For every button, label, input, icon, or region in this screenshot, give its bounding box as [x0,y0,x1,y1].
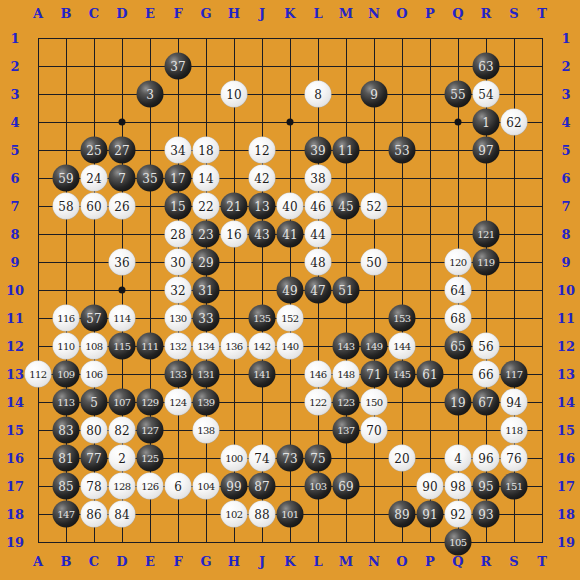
stone-white-70[interactable]: 70 [361,417,388,444]
stone-move-number: 10 [226,88,241,100]
stone-black-91[interactable]: 91 [417,501,444,528]
stone-white-140[interactable]: 140 [277,333,304,360]
coordinate-label-row-1-right: 1 [561,32,570,45]
stone-white-66[interactable]: 66 [473,361,500,388]
stone-move-number: 41 [282,228,297,240]
stone-move-number: 110 [57,341,74,351]
coordinate-label-col-D-bottom: D [116,555,127,568]
stone-move-number: 103 [309,481,326,491]
stone-move-number: 5 [90,396,98,408]
stone-black-31[interactable]: 31 [193,277,220,304]
stone-black-63[interactable]: 63 [473,53,500,80]
stone-black-75[interactable]: 75 [305,445,332,472]
stone-move-number: 149 [365,341,382,351]
stone-black-7[interactable]: 7 [109,165,136,192]
stone-white-10[interactable]: 10 [221,81,248,108]
stone-black-139[interactable]: 139 [193,389,220,416]
stone-white-56[interactable]: 56 [473,333,500,360]
coordinate-label-row-2-left: 2 [10,60,19,73]
stone-white-112[interactable]: 112 [25,361,52,388]
stone-move-number: 112 [29,369,46,379]
stone-black-135[interactable]: 135 [249,305,276,332]
stone-black-93[interactable]: 93 [473,501,500,528]
coordinate-label-col-S-top: S [509,7,518,20]
stone-move-number: 52 [366,200,381,212]
stone-move-number: 37 [170,60,185,72]
stone-black-107[interactable]: 107 [109,389,136,416]
stone-move-number: 74 [254,452,269,464]
stone-move-number: 94 [506,396,521,408]
coordinate-label-row-7-left: 7 [10,200,19,213]
stone-black-127[interactable]: 127 [137,417,164,444]
stone-black-119[interactable]: 119 [473,249,500,276]
stone-black-67[interactable]: 67 [473,389,500,416]
stone-black-95[interactable]: 95 [473,473,500,500]
stone-white-82[interactable]: 82 [109,417,136,444]
stone-move-number: 78 [86,480,101,492]
stone-move-number: 145 [393,369,410,379]
stone-white-122[interactable]: 122 [305,389,332,416]
stone-white-4[interactable]: 4 [445,445,472,472]
stone-move-number: 3 [146,88,154,100]
stone-move-number: 20 [394,452,409,464]
stone-white-114[interactable]: 114 [109,305,136,332]
coordinate-label-col-S-bottom: S [509,555,518,568]
stone-move-number: 108 [85,341,102,351]
stone-black-17[interactable]: 17 [165,165,192,192]
stone-black-99[interactable]: 99 [221,473,248,500]
stone-move-number: 32 [170,284,185,296]
stone-white-34[interactable]: 34 [165,137,192,164]
stone-move-number: 134 [197,341,214,351]
stone-black-13[interactable]: 13 [249,193,276,220]
stone-move-number: 76 [506,452,521,464]
stone-white-120[interactable]: 120 [445,249,472,276]
stone-white-40[interactable]: 40 [277,193,304,220]
stone-black-103[interactable]: 103 [305,473,332,500]
stone-white-26[interactable]: 26 [109,193,136,220]
coordinate-label-row-8-right: 8 [561,228,570,241]
stone-move-number: 97 [478,144,493,156]
go-board[interactable]: ABCDEFGHJKLMNOPQRST ABCDEFGHJKLMNOPQRST … [0,0,580,580]
stone-move-number: 144 [393,341,410,351]
stone-white-48[interactable]: 48 [305,249,332,276]
stone-move-number: 115 [113,341,130,351]
stone-white-90[interactable]: 90 [417,473,444,500]
coordinate-label-col-H-top: H [228,7,240,20]
stone-black-35[interactable]: 35 [137,165,164,192]
stone-white-142[interactable]: 142 [249,333,276,360]
stone-white-2[interactable]: 2 [109,445,136,472]
coordinate-label-row-3-right: 3 [561,88,570,101]
stone-black-39[interactable]: 39 [305,137,332,164]
stone-black-15[interactable]: 15 [165,193,192,220]
stone-black-23[interactable]: 23 [193,221,220,248]
stone-move-number: 86 [86,508,101,520]
stone-white-86[interactable]: 86 [81,501,108,528]
stone-move-number: 140 [281,341,298,351]
stone-black-77[interactable]: 77 [81,445,108,472]
stone-black-143[interactable]: 143 [333,333,360,360]
stone-move-number: 135 [253,313,270,323]
stone-move-number: 105 [449,537,466,547]
stone-black-145[interactable]: 145 [389,361,416,388]
coordinate-label-col-H-bottom: H [228,555,240,568]
stone-move-number: 47 [310,284,325,296]
stone-white-146[interactable]: 146 [305,361,332,388]
stone-move-number: 117 [505,369,522,379]
stone-white-98[interactable]: 98 [445,473,472,500]
stone-move-number: 28 [170,228,185,240]
stone-white-108[interactable]: 108 [81,333,108,360]
stone-white-128[interactable]: 128 [109,473,136,500]
stone-white-138[interactable]: 138 [193,417,220,444]
coordinate-label-col-N-bottom: N [368,555,380,568]
stone-black-5[interactable]: 5 [81,389,108,416]
stone-black-37[interactable]: 37 [165,53,192,80]
stone-white-110[interactable]: 110 [53,333,80,360]
stone-black-51[interactable]: 51 [333,277,360,304]
star-point-Q4 [455,119,462,126]
stone-white-124[interactable]: 124 [165,389,192,416]
stone-black-27[interactable]: 27 [109,137,136,164]
stone-white-104[interactable]: 104 [193,473,220,500]
coordinate-label-row-16-right: 16 [557,452,575,465]
star-point-K4 [287,119,294,126]
coordinate-label-col-M-top: M [339,7,353,20]
stone-black-133[interactable]: 133 [165,361,192,388]
stone-white-134[interactable]: 134 [193,333,220,360]
stone-move-number: 128 [113,481,130,491]
stone-move-number: 64 [450,284,465,296]
stone-move-number: 38 [310,172,325,184]
stone-black-129[interactable]: 129 [137,389,164,416]
stone-white-100[interactable]: 100 [221,445,248,472]
stone-move-number: 18 [198,144,213,156]
stone-black-1[interactable]: 1 [473,109,500,136]
stone-black-121[interactable]: 121 [473,221,500,248]
stone-black-125[interactable]: 125 [137,445,164,472]
stone-move-number: 130 [169,313,186,323]
coordinate-label-col-P-bottom: P [425,555,435,568]
stone-black-137[interactable]: 137 [333,417,360,444]
stone-move-number: 59 [58,172,73,184]
stone-white-58[interactable]: 58 [53,193,80,220]
stone-white-126[interactable]: 126 [137,473,164,500]
stone-white-148[interactable]: 148 [333,361,360,388]
stone-move-number: 102 [225,509,242,519]
stone-move-number: 14 [198,172,213,184]
coordinate-label-row-13-right: 13 [557,368,575,381]
stone-move-number: 106 [85,369,102,379]
coordinate-label-col-C-top: C [89,7,99,20]
stone-black-105[interactable]: 105 [445,529,472,556]
coordinate-label-col-T-bottom: T [537,555,547,568]
stone-black-89[interactable]: 89 [389,501,416,528]
coordinate-label-col-J-bottom: J [259,555,265,568]
stone-white-94[interactable]: 94 [501,389,528,416]
stone-move-number: 23 [198,228,213,240]
stone-move-number: 113 [57,397,74,407]
coordinate-label-col-F-top: F [173,7,182,20]
stone-move-number: 1 [482,116,490,128]
coordinate-label-row-14-right: 14 [557,396,575,409]
coordinate-label-col-P-top: P [425,7,435,20]
stone-white-76[interactable]: 76 [501,445,528,472]
stone-move-number: 49 [282,284,297,296]
stone-move-number: 8 [314,88,322,100]
stone-black-109[interactable]: 109 [53,361,80,388]
stone-black-149[interactable]: 149 [361,333,388,360]
coordinate-label-col-T-top: T [537,7,547,20]
stone-move-number: 129 [141,397,158,407]
stone-black-111[interactable]: 111 [137,333,164,360]
stone-move-number: 114 [113,313,130,323]
stone-move-number: 31 [198,284,213,296]
stone-black-69[interactable]: 69 [333,473,360,500]
coordinate-label-row-10-right: 10 [557,284,575,297]
coordinate-label-col-L-bottom: L [313,555,322,568]
stone-move-number: 26 [114,200,129,212]
stone-black-9[interactable]: 9 [361,81,388,108]
stone-black-85[interactable]: 85 [53,473,80,500]
stone-move-number: 16 [226,228,241,240]
stone-move-number: 60 [86,200,101,212]
stone-move-number: 36 [114,256,129,268]
stone-black-151[interactable]: 151 [501,473,528,500]
coordinate-label-row-19-left: 19 [6,536,24,549]
stone-white-20[interactable]: 20 [389,445,416,472]
stone-black-115[interactable]: 115 [109,333,136,360]
stone-move-number: 24 [86,172,101,184]
stone-black-61[interactable]: 61 [417,361,444,388]
stone-move-number: 55 [450,88,465,100]
stone-move-number: 126 [141,481,158,491]
stone-black-43[interactable]: 43 [249,221,276,248]
coordinate-label-col-R-top: R [481,7,492,20]
coordinate-label-row-3-left: 3 [10,88,19,101]
stone-white-6[interactable]: 6 [165,473,192,500]
stone-black-47[interactable]: 47 [305,277,332,304]
stone-black-117[interactable]: 117 [501,361,528,388]
stone-move-number: 54 [478,88,493,100]
stone-black-87[interactable]: 87 [249,473,276,500]
stone-white-14[interactable]: 14 [193,165,220,192]
stone-white-92[interactable]: 92 [445,501,472,528]
stone-black-21[interactable]: 21 [221,193,248,220]
stone-white-24[interactable]: 24 [81,165,108,192]
coordinate-label-col-O-top: O [396,7,407,20]
stone-white-46[interactable]: 46 [305,193,332,220]
stone-move-number: 139 [197,397,214,407]
stone-white-50[interactable]: 50 [361,249,388,276]
stone-black-57[interactable]: 57 [81,305,108,332]
stone-move-number: 53 [394,144,409,156]
coordinate-label-row-15-left: 15 [6,424,24,437]
coordinate-label-col-R-bottom: R [481,555,492,568]
stone-black-53[interactable]: 53 [389,137,416,164]
stone-move-number: 22 [198,200,213,212]
stone-white-16[interactable]: 16 [221,221,248,248]
stone-white-78[interactable]: 78 [81,473,108,500]
stone-move-number: 33 [198,312,213,324]
coordinate-label-col-K-top: K [284,7,295,20]
stone-white-144[interactable]: 144 [389,333,416,360]
stone-move-number: 138 [197,425,214,435]
coordinate-label-col-K-bottom: K [284,555,295,568]
coordinate-label-row-7-right: 7 [561,200,570,213]
stone-black-123[interactable]: 123 [333,389,360,416]
coordinate-label-col-N-top: N [368,7,380,20]
stone-white-12[interactable]: 12 [249,137,276,164]
stone-move-number: 143 [337,341,354,351]
stone-move-number: 75 [310,452,325,464]
coordinate-label-row-15-right: 15 [557,424,575,437]
coordinate-label-row-6-right: 6 [561,172,570,185]
stone-white-80[interactable]: 80 [81,417,108,444]
stone-move-number: 43 [254,228,269,240]
stone-white-60[interactable]: 60 [81,193,108,220]
stone-white-96[interactable]: 96 [473,445,500,472]
stone-move-number: 48 [310,256,325,268]
stone-white-36[interactable]: 36 [109,249,136,276]
stone-move-number: 146 [309,369,326,379]
stone-move-number: 81 [58,452,73,464]
stone-white-116[interactable]: 116 [53,305,80,332]
stone-white-28[interactable]: 28 [165,221,192,248]
stone-white-84[interactable]: 84 [109,501,136,528]
stone-black-33[interactable]: 33 [193,305,220,332]
stone-move-number: 19 [450,396,465,408]
stone-white-42[interactable]: 42 [249,165,276,192]
stone-black-29[interactable]: 29 [193,249,220,276]
stone-white-102[interactable]: 102 [221,501,248,528]
stone-move-number: 147 [57,509,74,519]
stone-move-number: 101 [281,509,298,519]
stone-white-88[interactable]: 88 [249,501,276,528]
coordinate-label-col-A-top: A [33,7,43,20]
stone-white-136[interactable]: 136 [221,333,248,360]
stone-move-number: 136 [225,341,242,351]
stone-black-19[interactable]: 19 [445,389,472,416]
stone-black-45[interactable]: 45 [333,193,360,220]
stone-white-132[interactable]: 132 [165,333,192,360]
coordinate-label-col-C-bottom: C [89,555,99,568]
stone-black-131[interactable]: 131 [193,361,220,388]
stone-black-97[interactable]: 97 [473,137,500,164]
coordinate-label-row-6-left: 6 [10,172,19,185]
coordinate-label-row-5-right: 5 [561,144,570,157]
stone-black-59[interactable]: 59 [53,165,80,192]
stone-move-number: 116 [57,313,74,323]
stone-black-73[interactable]: 73 [277,445,304,472]
stone-move-number: 122 [309,397,326,407]
stone-move-number: 107 [113,397,130,407]
stone-move-number: 67 [478,396,493,408]
coordinate-label-row-5-left: 5 [10,144,19,157]
stone-white-130[interactable]: 130 [165,305,192,332]
stone-move-number: 61 [422,368,437,380]
stone-black-65[interactable]: 65 [445,333,472,360]
stone-move-number: 137 [337,425,354,435]
stone-move-number: 92 [450,508,465,520]
coordinate-label-row-2-right: 2 [561,60,570,73]
stone-move-number: 39 [310,144,325,156]
stone-black-41[interactable]: 41 [277,221,304,248]
stone-white-52[interactable]: 52 [361,193,388,220]
stone-move-number: 17 [170,172,185,184]
stone-move-number: 46 [310,200,325,212]
stone-black-49[interactable]: 49 [277,277,304,304]
stone-white-18[interactable]: 18 [193,137,220,164]
stone-white-8[interactable]: 8 [305,81,332,108]
stone-move-number: 89 [394,508,409,520]
stone-black-25[interactable]: 25 [81,137,108,164]
stone-move-number: 82 [114,424,129,436]
stone-white-22[interactable]: 22 [193,193,220,220]
stone-black-147[interactable]: 147 [53,501,80,528]
coordinate-label-row-10-left: 10 [6,284,24,297]
stone-move-number: 68 [450,312,465,324]
stone-white-106[interactable]: 106 [81,361,108,388]
star-point-D4 [119,119,126,126]
stone-white-74[interactable]: 74 [249,445,276,472]
stone-move-number: 90 [422,480,437,492]
stone-black-71[interactable]: 71 [361,361,388,388]
stone-black-11[interactable]: 11 [333,137,360,164]
coordinate-label-row-17-left: 17 [6,480,24,493]
stone-black-83[interactable]: 83 [53,417,80,444]
stone-move-number: 99 [226,480,241,492]
stone-black-113[interactable]: 113 [53,389,80,416]
stone-move-number: 118 [505,425,522,435]
stone-white-44[interactable]: 44 [305,221,332,248]
stone-move-number: 98 [450,480,465,492]
stone-black-153[interactable]: 153 [389,305,416,332]
stone-move-number: 27 [114,144,129,156]
coordinate-label-row-11-right: 11 [557,312,575,325]
stone-white-54[interactable]: 54 [473,81,500,108]
coordinate-label-col-E-bottom: E [145,555,155,568]
coordinate-label-row-18-right: 18 [557,508,575,521]
stone-black-141[interactable]: 141 [249,361,276,388]
stone-white-68[interactable]: 68 [445,305,472,332]
stone-move-number: 93 [478,508,493,520]
coordinate-label-col-Q-top: Q [452,7,463,20]
coordinate-label-row-12-right: 12 [557,340,575,353]
stone-black-101[interactable]: 101 [277,501,304,528]
stone-white-30[interactable]: 30 [165,249,192,276]
stone-white-62[interactable]: 62 [501,109,528,136]
stone-black-3[interactable]: 3 [137,81,164,108]
stone-move-number: 121 [477,229,494,239]
stone-white-38[interactable]: 38 [305,165,332,192]
stone-white-150[interactable]: 150 [361,389,388,416]
stone-black-81[interactable]: 81 [53,445,80,472]
stone-white-32[interactable]: 32 [165,277,192,304]
stone-black-55[interactable]: 55 [445,81,472,108]
stone-white-152[interactable]: 152 [277,305,304,332]
stone-white-64[interactable]: 64 [445,277,472,304]
stone-white-118[interactable]: 118 [501,417,528,444]
stone-move-number: 65 [450,340,465,352]
stone-move-number: 142 [253,341,270,351]
coordinate-label-col-J-top: J [259,7,265,20]
stone-move-number: 127 [141,425,158,435]
stone-move-number: 148 [337,369,354,379]
stone-move-number: 119 [477,257,494,267]
coordinate-label-row-17-right: 17 [557,480,575,493]
